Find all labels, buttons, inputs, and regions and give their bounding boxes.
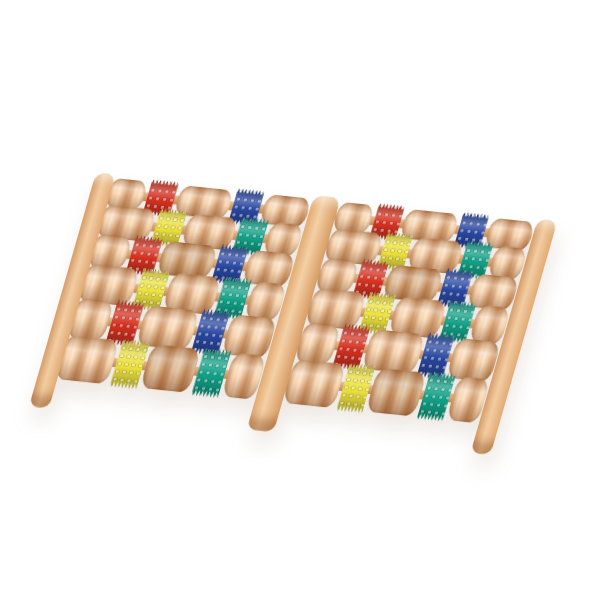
- wood-roller: [366, 368, 427, 417]
- product-photo: [0, 0, 600, 600]
- wood-roller: [140, 344, 202, 393]
- foot-massager: [37, 176, 556, 426]
